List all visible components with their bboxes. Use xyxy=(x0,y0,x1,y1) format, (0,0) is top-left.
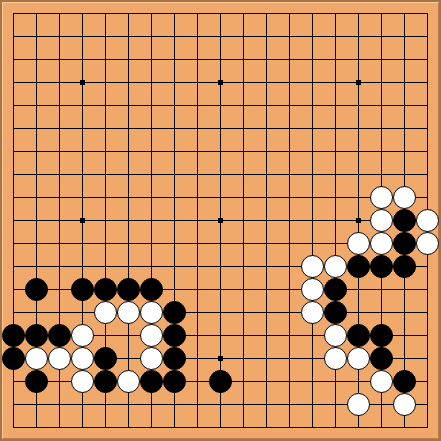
intersection[interactable] xyxy=(117,25,140,48)
intersection[interactable] xyxy=(209,416,232,439)
intersection[interactable] xyxy=(71,370,94,393)
intersection[interactable] xyxy=(71,324,94,347)
intersection[interactable] xyxy=(416,278,439,301)
intersection[interactable] xyxy=(232,324,255,347)
intersection[interactable] xyxy=(186,163,209,186)
intersection[interactable] xyxy=(2,393,25,416)
intersection[interactable] xyxy=(347,393,370,416)
intersection[interactable] xyxy=(301,301,324,324)
intersection[interactable] xyxy=(255,48,278,71)
intersection[interactable] xyxy=(140,71,163,94)
intersection[interactable] xyxy=(140,370,163,393)
intersection[interactable] xyxy=(117,301,140,324)
intersection[interactable] xyxy=(94,370,117,393)
intersection[interactable] xyxy=(324,2,347,25)
intersection[interactable] xyxy=(347,140,370,163)
intersection[interactable] xyxy=(117,2,140,25)
intersection[interactable] xyxy=(2,301,25,324)
intersection[interactable] xyxy=(301,117,324,140)
intersection[interactable] xyxy=(163,186,186,209)
intersection[interactable] xyxy=(278,416,301,439)
intersection[interactable] xyxy=(324,255,347,278)
intersection[interactable] xyxy=(48,370,71,393)
intersection[interactable] xyxy=(163,255,186,278)
intersection[interactable] xyxy=(25,232,48,255)
intersection[interactable] xyxy=(2,71,25,94)
intersection[interactable] xyxy=(140,117,163,140)
intersection[interactable] xyxy=(393,370,416,393)
intersection[interactable] xyxy=(48,324,71,347)
intersection[interactable] xyxy=(140,2,163,25)
intersection[interactable] xyxy=(71,163,94,186)
intersection[interactable] xyxy=(186,232,209,255)
intersection[interactable] xyxy=(255,117,278,140)
intersection[interactable] xyxy=(94,416,117,439)
intersection[interactable] xyxy=(416,186,439,209)
intersection[interactable] xyxy=(255,255,278,278)
intersection[interactable] xyxy=(94,25,117,48)
intersection[interactable] xyxy=(347,163,370,186)
intersection[interactable] xyxy=(117,163,140,186)
intersection[interactable] xyxy=(163,324,186,347)
intersection[interactable] xyxy=(186,278,209,301)
intersection[interactable] xyxy=(416,48,439,71)
intersection[interactable] xyxy=(232,48,255,71)
intersection[interactable] xyxy=(94,301,117,324)
intersection[interactable] xyxy=(370,2,393,25)
intersection[interactable] xyxy=(393,278,416,301)
intersection[interactable] xyxy=(71,25,94,48)
intersection[interactable] xyxy=(370,416,393,439)
intersection[interactable] xyxy=(117,186,140,209)
intersection[interactable] xyxy=(347,186,370,209)
intersection[interactable] xyxy=(209,48,232,71)
intersection[interactable] xyxy=(324,393,347,416)
intersection[interactable] xyxy=(140,48,163,71)
intersection[interactable] xyxy=(140,347,163,370)
intersection[interactable] xyxy=(278,163,301,186)
intersection[interactable] xyxy=(163,140,186,163)
intersection[interactable] xyxy=(71,393,94,416)
intersection[interactable] xyxy=(94,48,117,71)
intersection[interactable] xyxy=(209,163,232,186)
intersection[interactable] xyxy=(186,140,209,163)
intersection[interactable] xyxy=(140,163,163,186)
intersection[interactable] xyxy=(301,347,324,370)
intersection[interactable] xyxy=(324,94,347,117)
intersection[interactable] xyxy=(370,25,393,48)
intersection[interactable] xyxy=(232,255,255,278)
intersection[interactable] xyxy=(347,48,370,71)
intersection[interactable] xyxy=(278,209,301,232)
intersection[interactable] xyxy=(117,416,140,439)
intersection[interactable] xyxy=(393,117,416,140)
intersection[interactable] xyxy=(416,94,439,117)
intersection[interactable] xyxy=(48,209,71,232)
intersection[interactable] xyxy=(25,2,48,25)
intersection[interactable] xyxy=(186,117,209,140)
intersection[interactable] xyxy=(278,140,301,163)
intersection[interactable] xyxy=(71,2,94,25)
intersection[interactable] xyxy=(393,301,416,324)
intersection[interactable] xyxy=(232,301,255,324)
intersection[interactable] xyxy=(301,186,324,209)
intersection[interactable] xyxy=(324,278,347,301)
intersection[interactable] xyxy=(301,370,324,393)
intersection[interactable] xyxy=(140,186,163,209)
intersection[interactable] xyxy=(393,324,416,347)
intersection[interactable] xyxy=(324,232,347,255)
intersection[interactable] xyxy=(140,255,163,278)
intersection[interactable] xyxy=(232,209,255,232)
intersection[interactable] xyxy=(324,416,347,439)
intersection[interactable] xyxy=(232,117,255,140)
intersection[interactable] xyxy=(25,278,48,301)
intersection[interactable] xyxy=(117,278,140,301)
intersection[interactable] xyxy=(416,324,439,347)
intersection[interactable] xyxy=(255,347,278,370)
intersection[interactable] xyxy=(2,163,25,186)
intersection[interactable] xyxy=(117,255,140,278)
intersection[interactable] xyxy=(278,186,301,209)
intersection[interactable] xyxy=(301,209,324,232)
intersection[interactable] xyxy=(140,393,163,416)
intersection[interactable] xyxy=(94,232,117,255)
intersection[interactable] xyxy=(416,163,439,186)
intersection[interactable] xyxy=(186,255,209,278)
intersection[interactable] xyxy=(163,232,186,255)
intersection[interactable] xyxy=(117,117,140,140)
intersection[interactable] xyxy=(48,163,71,186)
intersection[interactable] xyxy=(25,25,48,48)
intersection[interactable] xyxy=(71,301,94,324)
intersection[interactable] xyxy=(347,416,370,439)
intersection[interactable] xyxy=(232,163,255,186)
intersection[interactable] xyxy=(301,94,324,117)
intersection[interactable] xyxy=(232,71,255,94)
intersection[interactable] xyxy=(48,416,71,439)
intersection[interactable] xyxy=(117,94,140,117)
intersection[interactable] xyxy=(278,25,301,48)
intersection[interactable] xyxy=(347,25,370,48)
intersection[interactable] xyxy=(117,347,140,370)
intersection[interactable] xyxy=(94,278,117,301)
intersection[interactable] xyxy=(370,255,393,278)
intersection[interactable] xyxy=(48,278,71,301)
intersection[interactable] xyxy=(48,71,71,94)
intersection[interactable] xyxy=(301,2,324,25)
intersection[interactable] xyxy=(186,370,209,393)
intersection[interactable] xyxy=(347,71,370,94)
intersection[interactable] xyxy=(71,94,94,117)
intersection[interactable] xyxy=(370,370,393,393)
intersection[interactable] xyxy=(232,347,255,370)
intersection[interactable] xyxy=(2,117,25,140)
intersection[interactable] xyxy=(71,209,94,232)
intersection[interactable] xyxy=(186,416,209,439)
intersection[interactable] xyxy=(163,301,186,324)
intersection[interactable] xyxy=(255,25,278,48)
intersection[interactable] xyxy=(370,71,393,94)
intersection[interactable] xyxy=(25,209,48,232)
intersection[interactable] xyxy=(370,209,393,232)
intersection[interactable] xyxy=(71,416,94,439)
intersection[interactable] xyxy=(140,94,163,117)
intersection[interactable] xyxy=(94,71,117,94)
intersection[interactable] xyxy=(186,301,209,324)
intersection[interactable] xyxy=(278,393,301,416)
intersection[interactable] xyxy=(324,48,347,71)
intersection[interactable] xyxy=(232,416,255,439)
intersection[interactable] xyxy=(48,347,71,370)
intersection[interactable] xyxy=(25,324,48,347)
intersection[interactable] xyxy=(163,416,186,439)
go-board[interactable] xyxy=(0,0,441,441)
intersection[interactable] xyxy=(347,2,370,25)
intersection[interactable] xyxy=(163,163,186,186)
intersection[interactable] xyxy=(416,232,439,255)
intersection[interactable] xyxy=(232,393,255,416)
intersection[interactable] xyxy=(301,324,324,347)
intersection[interactable] xyxy=(301,140,324,163)
intersection[interactable] xyxy=(278,301,301,324)
intersection[interactable] xyxy=(48,255,71,278)
intersection[interactable] xyxy=(163,347,186,370)
intersection[interactable] xyxy=(94,209,117,232)
intersection[interactable] xyxy=(255,140,278,163)
intersection[interactable] xyxy=(255,163,278,186)
intersection[interactable] xyxy=(324,140,347,163)
intersection[interactable] xyxy=(255,324,278,347)
intersection[interactable] xyxy=(186,347,209,370)
intersection[interactable] xyxy=(2,186,25,209)
intersection[interactable] xyxy=(416,255,439,278)
intersection[interactable] xyxy=(48,48,71,71)
intersection[interactable] xyxy=(163,2,186,25)
intersection[interactable] xyxy=(48,2,71,25)
intersection[interactable] xyxy=(416,370,439,393)
intersection[interactable] xyxy=(209,324,232,347)
intersection[interactable] xyxy=(140,324,163,347)
intersection[interactable] xyxy=(324,324,347,347)
intersection[interactable] xyxy=(2,94,25,117)
intersection[interactable] xyxy=(25,117,48,140)
intersection[interactable] xyxy=(301,48,324,71)
intersection[interactable] xyxy=(278,370,301,393)
intersection[interactable] xyxy=(416,301,439,324)
intersection[interactable] xyxy=(2,232,25,255)
intersection[interactable] xyxy=(232,94,255,117)
intersection[interactable] xyxy=(71,347,94,370)
intersection[interactable] xyxy=(94,140,117,163)
intersection[interactable] xyxy=(416,140,439,163)
intersection[interactable] xyxy=(347,209,370,232)
intersection[interactable] xyxy=(347,94,370,117)
intersection[interactable] xyxy=(232,370,255,393)
intersection[interactable] xyxy=(48,186,71,209)
intersection[interactable] xyxy=(255,232,278,255)
intersection[interactable] xyxy=(163,94,186,117)
intersection[interactable] xyxy=(232,2,255,25)
intersection[interactable] xyxy=(347,370,370,393)
intersection[interactable] xyxy=(186,2,209,25)
intersection[interactable] xyxy=(186,94,209,117)
intersection[interactable] xyxy=(117,48,140,71)
intersection[interactable] xyxy=(94,2,117,25)
intersection[interactable] xyxy=(370,393,393,416)
intersection[interactable] xyxy=(278,2,301,25)
intersection[interactable] xyxy=(301,416,324,439)
intersection[interactable] xyxy=(71,48,94,71)
intersection[interactable] xyxy=(255,186,278,209)
intersection[interactable] xyxy=(370,232,393,255)
intersection[interactable] xyxy=(278,324,301,347)
intersection[interactable] xyxy=(2,255,25,278)
intersection[interactable] xyxy=(48,94,71,117)
intersection[interactable] xyxy=(255,209,278,232)
intersection[interactable] xyxy=(255,393,278,416)
intersection[interactable] xyxy=(163,25,186,48)
intersection[interactable] xyxy=(209,393,232,416)
intersection[interactable] xyxy=(370,324,393,347)
intersection[interactable] xyxy=(370,94,393,117)
intersection[interactable] xyxy=(278,347,301,370)
intersection[interactable] xyxy=(48,117,71,140)
intersection[interactable] xyxy=(25,347,48,370)
intersection[interactable] xyxy=(140,209,163,232)
intersection[interactable] xyxy=(255,416,278,439)
intersection[interactable] xyxy=(370,301,393,324)
intersection[interactable] xyxy=(209,301,232,324)
intersection[interactable] xyxy=(71,278,94,301)
intersection[interactable] xyxy=(278,255,301,278)
intersection[interactable] xyxy=(117,71,140,94)
intersection[interactable] xyxy=(140,278,163,301)
intersection[interactable] xyxy=(163,278,186,301)
intersection[interactable] xyxy=(163,117,186,140)
intersection[interactable] xyxy=(2,140,25,163)
intersection[interactable] xyxy=(324,163,347,186)
intersection[interactable] xyxy=(278,48,301,71)
intersection[interactable] xyxy=(186,393,209,416)
intersection[interactable] xyxy=(94,393,117,416)
intersection[interactable] xyxy=(25,370,48,393)
intersection[interactable] xyxy=(301,393,324,416)
intersection[interactable] xyxy=(2,209,25,232)
intersection[interactable] xyxy=(2,48,25,71)
intersection[interactable] xyxy=(25,186,48,209)
intersection[interactable] xyxy=(301,71,324,94)
intersection[interactable] xyxy=(48,232,71,255)
intersection[interactable] xyxy=(140,232,163,255)
intersection[interactable] xyxy=(163,370,186,393)
intersection[interactable] xyxy=(416,347,439,370)
intersection[interactable] xyxy=(370,186,393,209)
intersection[interactable] xyxy=(370,117,393,140)
intersection[interactable] xyxy=(48,25,71,48)
intersection[interactable] xyxy=(278,117,301,140)
intersection[interactable] xyxy=(416,117,439,140)
intersection[interactable] xyxy=(2,324,25,347)
intersection[interactable] xyxy=(140,25,163,48)
intersection[interactable] xyxy=(393,71,416,94)
intersection[interactable] xyxy=(324,25,347,48)
intersection[interactable] xyxy=(209,186,232,209)
intersection[interactable] xyxy=(186,186,209,209)
intersection[interactable] xyxy=(71,232,94,255)
intersection[interactable] xyxy=(347,347,370,370)
intersection[interactable] xyxy=(186,324,209,347)
intersection[interactable] xyxy=(209,255,232,278)
intersection[interactable] xyxy=(324,347,347,370)
intersection[interactable] xyxy=(71,186,94,209)
intersection[interactable] xyxy=(25,416,48,439)
intersection[interactable] xyxy=(48,140,71,163)
intersection[interactable] xyxy=(347,117,370,140)
intersection[interactable] xyxy=(255,301,278,324)
intersection[interactable] xyxy=(209,370,232,393)
intersection[interactable] xyxy=(416,209,439,232)
intersection[interactable] xyxy=(209,347,232,370)
intersection[interactable] xyxy=(393,140,416,163)
intersection[interactable] xyxy=(347,301,370,324)
intersection[interactable] xyxy=(393,232,416,255)
intersection[interactable] xyxy=(347,232,370,255)
intersection[interactable] xyxy=(370,163,393,186)
intersection[interactable] xyxy=(25,255,48,278)
intersection[interactable] xyxy=(71,255,94,278)
intersection[interactable] xyxy=(324,71,347,94)
intersection[interactable] xyxy=(186,71,209,94)
intersection[interactable] xyxy=(301,163,324,186)
intersection[interactable] xyxy=(94,94,117,117)
intersection[interactable] xyxy=(140,301,163,324)
intersection[interactable] xyxy=(416,416,439,439)
intersection[interactable] xyxy=(347,324,370,347)
intersection[interactable] xyxy=(186,209,209,232)
intersection[interactable] xyxy=(416,393,439,416)
intersection[interactable] xyxy=(370,347,393,370)
intersection[interactable] xyxy=(278,94,301,117)
intersection[interactable] xyxy=(2,416,25,439)
intersection[interactable] xyxy=(278,278,301,301)
intersection[interactable] xyxy=(393,163,416,186)
intersection[interactable] xyxy=(71,71,94,94)
intersection[interactable] xyxy=(393,48,416,71)
intersection[interactable] xyxy=(416,71,439,94)
intersection[interactable] xyxy=(209,232,232,255)
intersection[interactable] xyxy=(2,2,25,25)
intersection[interactable] xyxy=(94,324,117,347)
intersection[interactable] xyxy=(209,209,232,232)
intersection[interactable] xyxy=(232,140,255,163)
intersection[interactable] xyxy=(278,232,301,255)
intersection[interactable] xyxy=(393,209,416,232)
intersection[interactable] xyxy=(25,140,48,163)
intersection[interactable] xyxy=(209,117,232,140)
intersection[interactable] xyxy=(347,278,370,301)
intersection[interactable] xyxy=(186,48,209,71)
intersection[interactable] xyxy=(393,94,416,117)
intersection[interactable] xyxy=(393,393,416,416)
intersection[interactable] xyxy=(117,393,140,416)
intersection[interactable] xyxy=(278,71,301,94)
intersection[interactable] xyxy=(25,48,48,71)
intersection[interactable] xyxy=(94,186,117,209)
intersection[interactable] xyxy=(117,370,140,393)
intersection[interactable] xyxy=(324,186,347,209)
intersection[interactable] xyxy=(117,140,140,163)
